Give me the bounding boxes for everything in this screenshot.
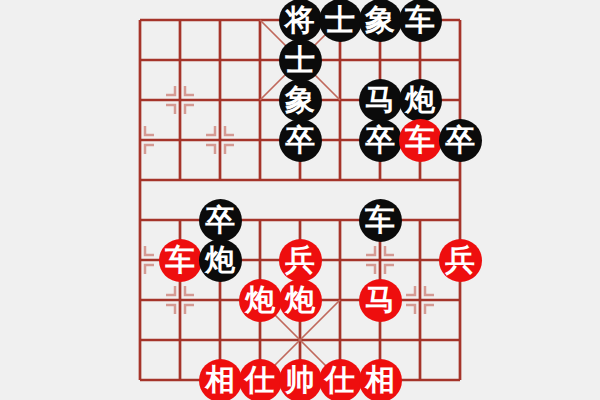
piece-red-advisor[interactable]: 仕 <box>319 359 362 400</box>
piece-black-soldier[interactable]: 卒 <box>359 119 402 162</box>
point-marker <box>406 305 415 314</box>
point-marker <box>145 126 154 135</box>
piece-black-chariot[interactable]: 车 <box>399 0 442 42</box>
piece-red-chariot[interactable]: 车 <box>399 119 442 162</box>
point-marker <box>145 265 154 274</box>
point-marker <box>185 305 194 314</box>
point-marker <box>366 246 375 255</box>
point-marker <box>206 145 215 154</box>
xiangqi-board[interactable]: 将士象车士象马炮卒卒车卒卒车车炮兵兵炮炮马相仕帅仕相 <box>0 0 600 400</box>
piece-red-soldier[interactable]: 兵 <box>279 239 322 282</box>
point-marker <box>225 126 234 135</box>
point-marker <box>366 265 375 274</box>
piece-red-cannon[interactable]: 炮 <box>279 279 322 322</box>
point-marker <box>166 286 175 295</box>
piece-black-soldier[interactable]: 卒 <box>279 119 322 162</box>
piece-black-general[interactable]: 将 <box>279 0 322 42</box>
point-marker <box>385 246 394 255</box>
piece-red-chariot[interactable]: 车 <box>159 239 202 282</box>
piece-black-elephant[interactable]: 象 <box>279 79 322 122</box>
piece-black-chariot[interactable]: 车 <box>359 199 402 242</box>
piece-black-cannon[interactable]: 炮 <box>399 79 442 122</box>
point-marker <box>425 286 434 295</box>
point-marker <box>145 145 154 154</box>
point-marker <box>166 305 175 314</box>
piece-red-soldier[interactable]: 兵 <box>439 239 482 282</box>
piece-red-elephant[interactable]: 相 <box>359 359 402 400</box>
piece-red-horse[interactable]: 马 <box>359 279 402 322</box>
point-marker <box>166 105 175 114</box>
point-marker <box>385 265 394 274</box>
point-marker <box>145 246 154 255</box>
piece-red-elephant[interactable]: 相 <box>199 359 242 400</box>
piece-red-general[interactable]: 帅 <box>279 359 322 400</box>
piece-black-advisor[interactable]: 士 <box>279 39 322 82</box>
piece-red-advisor[interactable]: 仕 <box>239 359 282 400</box>
point-marker <box>185 105 194 114</box>
piece-black-horse[interactable]: 马 <box>359 79 402 122</box>
point-marker <box>166 86 175 95</box>
point-marker <box>406 286 415 295</box>
piece-black-soldier[interactable]: 卒 <box>199 199 242 242</box>
point-marker <box>185 286 194 295</box>
piece-red-cannon[interactable]: 炮 <box>239 279 282 322</box>
point-marker <box>225 145 234 154</box>
piece-black-advisor[interactable]: 士 <box>319 0 362 42</box>
point-marker <box>425 305 434 314</box>
piece-black-elephant[interactable]: 象 <box>359 0 402 42</box>
point-marker <box>185 86 194 95</box>
piece-black-soldier[interactable]: 卒 <box>439 119 482 162</box>
point-marker <box>206 126 215 135</box>
piece-black-cannon[interactable]: 炮 <box>199 239 242 282</box>
